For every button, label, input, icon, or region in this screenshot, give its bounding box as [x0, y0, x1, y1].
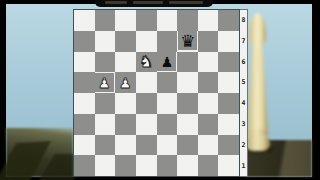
- board-square-d4: [136, 93, 157, 114]
- board-square-a8: [74, 10, 95, 31]
- board-square-g8: [198, 10, 219, 31]
- board-square-a6: [74, 52, 95, 73]
- board-square-c7: [115, 31, 136, 52]
- chess-diagram: [73, 9, 240, 177]
- board-square-a2: [74, 135, 95, 156]
- board-square-d6: [136, 52, 157, 73]
- board-square-a7: [74, 31, 95, 52]
- board-square-b1: [95, 155, 116, 176]
- bishop-base: [245, 134, 270, 151]
- board-square-e6: [157, 52, 178, 73]
- rank-label-strip: 87654321: [240, 9, 248, 177]
- board-square-f1: [177, 155, 198, 176]
- board-square-h2: [218, 135, 239, 156]
- board-square-c6: [115, 52, 136, 73]
- bishop-body: [247, 43, 268, 135]
- banner-text-blur: [105, 1, 127, 4]
- board-square-a5: [74, 72, 95, 93]
- board-square-e4: [157, 93, 178, 114]
- board-square-a3: [74, 114, 95, 135]
- board-square-b7: [95, 31, 116, 52]
- rank-label-4: 4: [240, 93, 247, 114]
- rank-label-1: 1: [240, 156, 247, 177]
- board-square-g4: [198, 93, 219, 114]
- board-square-c8: [115, 10, 136, 31]
- board-square-h4: [218, 93, 239, 114]
- rank-label-8: 8: [240, 10, 247, 31]
- board-square-d3: [136, 114, 157, 135]
- board-square-f6: [177, 52, 198, 73]
- board-square-a4: [74, 93, 95, 114]
- board-square-e7: [157, 31, 178, 52]
- board-square-d2: [136, 135, 157, 156]
- board-square-g1: [198, 155, 219, 176]
- board-square-a1: [74, 155, 95, 176]
- board-square-h3: [218, 114, 239, 135]
- studio-chessboard-floor-left: [6, 128, 73, 177]
- board-square-e5: [157, 72, 178, 93]
- board-square-h1: [218, 155, 239, 176]
- bishop-head: [249, 13, 266, 49]
- board-square-d1: [136, 155, 157, 176]
- board-square-d8: [136, 10, 157, 31]
- board-square-f8: [177, 10, 198, 31]
- rank-label-2: 2: [240, 135, 247, 156]
- board-square-b4: [95, 93, 116, 114]
- giant-white-bishop-piece: [245, 13, 271, 153]
- board-square-d5: [136, 72, 157, 93]
- blurred-title-banner: [95, 0, 213, 7]
- board-square-b2: [95, 135, 116, 156]
- board-square-g7: [198, 31, 219, 52]
- board-square-h6: [218, 52, 239, 73]
- board-square-f7: [177, 31, 198, 52]
- rank-label-3: 3: [240, 114, 247, 135]
- board-square-e3: [157, 114, 178, 135]
- board-square-f4: [177, 93, 198, 114]
- board-square-g5: [198, 72, 219, 93]
- banner-text-blur: [169, 1, 203, 4]
- board-square-h5: [218, 72, 239, 93]
- board-grid: [74, 10, 239, 176]
- banner-text-blur: [133, 1, 163, 4]
- board-square-c5: [115, 72, 136, 93]
- board-square-b8: [95, 10, 116, 31]
- board-square-c4: [115, 93, 136, 114]
- board-square-d7: [136, 31, 157, 52]
- rank-label-6: 6: [240, 52, 247, 73]
- board-square-g6: [198, 52, 219, 73]
- board-square-g3: [198, 114, 219, 135]
- board-square-g2: [198, 135, 219, 156]
- board-square-h7: [218, 31, 239, 52]
- board-square-e2: [157, 135, 178, 156]
- video-frame: 87654321 ♛♟♞♟♟: [0, 0, 320, 180]
- board-square-e8: [157, 10, 178, 31]
- board-square-b6: [95, 52, 116, 73]
- board-square-f3: [177, 114, 198, 135]
- board-square-b5: [95, 72, 116, 93]
- board-square-b3: [95, 114, 116, 135]
- rank-label-7: 7: [240, 31, 247, 52]
- board-square-f2: [177, 135, 198, 156]
- board-square-c2: [115, 135, 136, 156]
- rank-label-5: 5: [240, 72, 247, 93]
- board-square-c1: [115, 155, 136, 176]
- board-square-f5: [177, 72, 198, 93]
- board-square-c3: [115, 114, 136, 135]
- board-square-e1: [157, 155, 178, 176]
- board-square-h8: [218, 10, 239, 31]
